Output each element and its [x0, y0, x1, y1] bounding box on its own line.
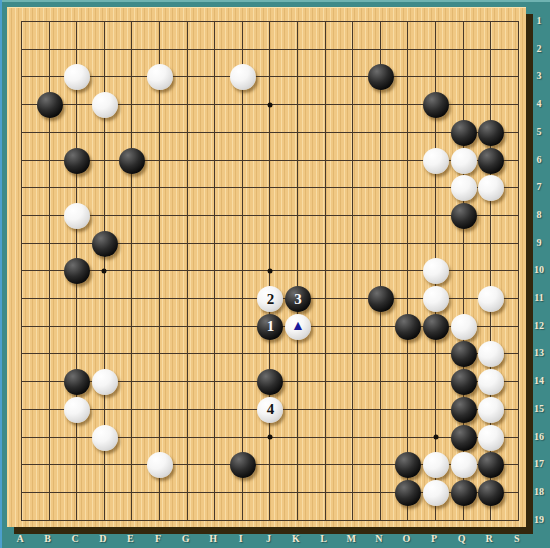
stone-P6[interactable]	[423, 148, 449, 174]
row-label-11: 11	[534, 292, 543, 303]
stone-N3[interactable]	[368, 64, 394, 90]
stone-J14[interactable]	[257, 369, 283, 395]
star-point	[433, 435, 438, 440]
grid-line-vertical	[297, 21, 298, 520]
col-label-L: L	[320, 533, 327, 544]
stone-R5[interactable]	[478, 120, 504, 146]
stone-E6[interactable]	[119, 148, 145, 174]
grid-line-horizontal	[21, 520, 519, 521]
row-label-17: 17	[534, 458, 544, 469]
stone-R15[interactable]	[478, 397, 504, 423]
window-bevel-left	[0, 0, 2, 548]
row-label-15: 15	[534, 402, 544, 413]
stone-Q17[interactable]	[451, 452, 477, 478]
stone-C15[interactable]	[64, 397, 90, 423]
stone-P12[interactable]	[423, 314, 449, 340]
stone-P4[interactable]	[423, 92, 449, 118]
col-label-F: F	[155, 533, 161, 544]
stone-K12[interactable]: ▲	[285, 314, 311, 340]
stone-O18[interactable]	[395, 480, 421, 506]
stone-Q13[interactable]	[451, 341, 477, 367]
stone-P10[interactable]	[423, 258, 449, 284]
row-label-5: 5	[537, 125, 542, 136]
stone-C10[interactable]	[64, 258, 90, 284]
col-label-Q: Q	[458, 533, 466, 544]
star-point	[267, 268, 272, 273]
col-label-I: I	[239, 533, 243, 544]
stone-Q18[interactable]	[451, 480, 477, 506]
col-label-K: K	[292, 533, 300, 544]
stone-I3[interactable]	[230, 64, 256, 90]
grid-line-vertical	[518, 21, 519, 520]
stone-P18[interactable]	[423, 480, 449, 506]
stone-C6[interactable]	[64, 148, 90, 174]
row-label-9: 9	[537, 236, 542, 247]
move-number-label: 4	[267, 402, 275, 417]
stone-I17[interactable]	[230, 452, 256, 478]
stone-R11[interactable]	[478, 286, 504, 312]
stone-F3[interactable]	[147, 64, 173, 90]
stone-O17[interactable]	[395, 452, 421, 478]
col-label-D: D	[99, 533, 106, 544]
stone-D16[interactable]	[92, 425, 118, 451]
stone-R13[interactable]	[478, 341, 504, 367]
move-number-label: 3	[294, 292, 302, 307]
col-label-G: G	[182, 533, 190, 544]
stone-C8[interactable]	[64, 203, 90, 229]
star-point	[267, 102, 272, 107]
stone-R7[interactable]	[478, 175, 504, 201]
col-label-N: N	[375, 533, 382, 544]
col-label-C: C	[72, 533, 79, 544]
stone-R18[interactable]	[478, 480, 504, 506]
row-label-7: 7	[537, 181, 542, 192]
stone-Q12[interactable]	[451, 314, 477, 340]
stone-B4[interactable]	[37, 92, 63, 118]
stone-C14[interactable]	[64, 369, 90, 395]
stone-Q16[interactable]	[451, 425, 477, 451]
row-label-19: 19	[534, 513, 544, 524]
col-label-R: R	[486, 533, 493, 544]
row-label-16: 16	[534, 430, 544, 441]
stone-P11[interactable]	[423, 286, 449, 312]
stone-D9[interactable]	[92, 231, 118, 257]
col-label-H: H	[209, 533, 217, 544]
grid-line-vertical	[325, 21, 326, 520]
stone-D4[interactable]	[92, 92, 118, 118]
row-label-18: 18	[534, 485, 544, 496]
col-label-M: M	[346, 533, 355, 544]
stone-Q14[interactable]	[451, 369, 477, 395]
go-app-window: 231▲4 ABCDEFGHIJKLMNOPQRS123456789101112…	[0, 0, 550, 548]
col-label-J: J	[266, 533, 271, 544]
col-label-B: B	[44, 533, 51, 544]
row-label-10: 10	[534, 264, 544, 275]
stone-Q15[interactable]	[451, 397, 477, 423]
stone-Q5[interactable]	[451, 120, 477, 146]
row-label-2: 2	[537, 42, 542, 53]
stone-P17[interactable]	[423, 452, 449, 478]
stone-R14[interactable]	[478, 369, 504, 395]
row-label-6: 6	[537, 153, 542, 164]
row-label-13: 13	[534, 347, 544, 358]
grid-line-vertical	[352, 21, 353, 520]
move-number-label: 2	[267, 292, 275, 307]
stone-C3[interactable]	[64, 64, 90, 90]
window-bevel-top	[0, 0, 550, 2]
stone-J12[interactable]: 1	[257, 314, 283, 340]
grid-line-vertical	[407, 21, 408, 520]
row-label-12: 12	[534, 319, 544, 330]
grid-line-vertical	[380, 21, 381, 520]
col-label-E: E	[127, 533, 134, 544]
col-label-A: A	[16, 533, 23, 544]
stone-D14[interactable]	[92, 369, 118, 395]
grid-line-horizontal	[21, 353, 519, 354]
stone-J11[interactable]: 2	[257, 286, 283, 312]
col-label-O: O	[403, 533, 411, 544]
stone-J15[interactable]: 4	[257, 397, 283, 423]
stone-R16[interactable]	[478, 425, 504, 451]
star-point	[102, 268, 107, 273]
stone-Q8[interactable]	[451, 203, 477, 229]
row-label-8: 8	[537, 208, 542, 219]
star-point	[267, 435, 272, 440]
stone-O12[interactable]	[395, 314, 421, 340]
triangle-marker-icon: ▲	[291, 319, 305, 333]
stone-Q6[interactable]	[451, 148, 477, 174]
stone-R17[interactable]	[478, 452, 504, 478]
col-label-S: S	[514, 533, 520, 544]
stone-N11[interactable]	[368, 286, 394, 312]
row-label-4: 4	[537, 98, 542, 109]
move-number-label: 1	[267, 319, 275, 334]
stone-R6[interactable]	[478, 148, 504, 174]
stone-Q7[interactable]	[451, 175, 477, 201]
col-label-P: P	[431, 533, 437, 544]
stone-F17[interactable]	[147, 452, 173, 478]
stone-K11[interactable]: 3	[285, 286, 311, 312]
row-label-14: 14	[534, 375, 544, 386]
go-board[interactable]: 231▲4	[7, 7, 526, 527]
row-label-1: 1	[537, 15, 542, 26]
row-label-3: 3	[537, 70, 542, 81]
